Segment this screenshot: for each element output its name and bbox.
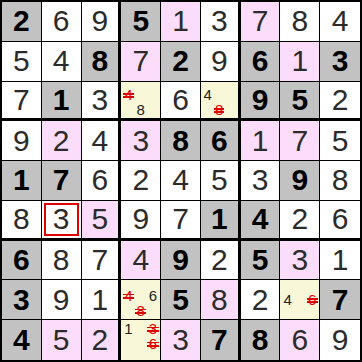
cell-r6c5[interactable]: 7 xyxy=(161,201,201,241)
given-digit: 8 xyxy=(252,325,269,355)
cell-r2c4[interactable]: 7 xyxy=(121,42,161,82)
cell-r6c1[interactable]: 8 xyxy=(2,201,42,241)
cell-r3c2[interactable]: 1 xyxy=(42,82,82,122)
solved-digit: 1 xyxy=(252,126,269,156)
cell-r2c9[interactable]: 3 xyxy=(320,42,360,82)
solved-digit: 3 xyxy=(92,85,109,115)
cell-r8c5[interactable]: 5 xyxy=(161,280,201,320)
candidate-crossed: 8 xyxy=(135,303,147,318)
given-digit: 5 xyxy=(291,85,308,115)
solved-digit: 8 xyxy=(211,285,228,315)
solved-digit: 4 xyxy=(53,46,70,76)
solved-digit: 4 xyxy=(92,126,109,156)
solved-digit: 5 xyxy=(92,204,109,234)
cell-r6c7[interactable]: 4 xyxy=(241,201,281,241)
solved-digit: 8 xyxy=(332,165,349,195)
cell-r7c7[interactable]: 5 xyxy=(241,241,281,281)
solved-digit: 6 xyxy=(92,165,109,195)
solved-digit: 3 xyxy=(172,325,189,355)
solved-digit: 9 xyxy=(132,204,149,234)
given-digit: 3 xyxy=(332,46,349,76)
cell-r4c6[interactable]: 6 xyxy=(201,121,241,161)
cell-r3c1[interactable]: 7 xyxy=(2,82,42,122)
cell-r3c7[interactable]: 9 xyxy=(241,82,281,122)
candidate: 8 xyxy=(135,102,147,117)
cell-r2c3[interactable]: 8 xyxy=(82,42,122,82)
cell-r1c3[interactable]: 9 xyxy=(82,2,122,42)
cell-r5c7[interactable]: 3 xyxy=(241,161,281,201)
candidate-grid: 48 xyxy=(202,83,237,118)
cell-r9c2[interactable]: 5 xyxy=(42,320,82,360)
cell-r7c4[interactable]: 4 xyxy=(121,241,161,281)
solved-digit: 9 xyxy=(13,126,30,156)
cell-r6c8[interactable]: 2 xyxy=(280,201,320,241)
cell-r2c5[interactable]: 2 xyxy=(161,42,201,82)
given-digit: 4 xyxy=(13,325,30,355)
cell-r8c9[interactable]: 7 xyxy=(320,280,360,320)
cell-r3c8[interactable]: 5 xyxy=(280,82,320,122)
solved-digit: 6 xyxy=(291,325,308,355)
cell-r2c2[interactable]: 4 xyxy=(42,42,82,82)
solved-digit: 8 xyxy=(53,245,70,275)
given-digit: 1 xyxy=(53,85,70,115)
cell-r4c7[interactable]: 1 xyxy=(241,121,281,161)
solved-digit: 9 xyxy=(92,6,109,36)
cell-r3c5[interactable]: 6 xyxy=(161,82,201,122)
cell-r8c6[interactable]: 8 xyxy=(201,280,241,320)
solved-digit: 3 xyxy=(252,165,269,195)
given-digit: 6 xyxy=(211,126,228,156)
cell-r9c4[interactable]: 136 xyxy=(121,320,161,360)
given-digit: 8 xyxy=(92,46,109,76)
cell-r5c6[interactable]: 5 xyxy=(201,161,241,201)
cell-r8c7[interactable]: 2 xyxy=(241,280,281,320)
solved-digit: 2 xyxy=(132,165,149,195)
solved-digit: 2 xyxy=(53,126,70,156)
solved-digit: 5 xyxy=(211,165,228,195)
given-digit: 9 xyxy=(172,245,189,275)
cell-r1c6[interactable]: 3 xyxy=(201,2,241,42)
cell-r9c9[interactable]: 9 xyxy=(320,320,360,360)
cell-r4c8[interactable]: 7 xyxy=(280,121,320,161)
cell-r3c6[interactable]: 48 xyxy=(201,82,241,122)
solved-digit: 2 xyxy=(252,285,269,315)
cell-r8c4[interactable]: 468 xyxy=(121,280,161,320)
cell-r7c8[interactable]: 3 xyxy=(280,241,320,281)
solved-digit: 8 xyxy=(13,204,30,234)
given-digit: 5 xyxy=(252,245,269,275)
candidate: 4 xyxy=(202,87,214,102)
candidate-grid: 48 xyxy=(122,83,159,118)
solved-digit: 3 xyxy=(211,6,228,36)
given-digit: 5 xyxy=(132,6,149,36)
solved-digit: 4 xyxy=(332,6,349,36)
cell-r4c4[interactable]: 3 xyxy=(121,121,161,161)
cell-r9c5[interactable]: 3 xyxy=(161,320,201,360)
given-digit: 1 xyxy=(13,165,30,195)
solved-digit: 3 xyxy=(53,204,70,234)
cell-r1c7[interactable]: 7 xyxy=(241,2,281,42)
cell-r7c5[interactable]: 9 xyxy=(161,241,201,281)
cell-r6c9[interactable]: 6 xyxy=(320,201,360,241)
solved-digit: 8 xyxy=(291,6,308,36)
given-digit: 6 xyxy=(13,245,30,275)
solved-digit: 3 xyxy=(132,126,149,156)
given-digit: 9 xyxy=(291,165,308,195)
solved-digit: 4 xyxy=(172,165,189,195)
solved-digit: 7 xyxy=(13,85,30,115)
given-digit: 7 xyxy=(211,325,228,355)
cell-r7c1[interactable]: 6 xyxy=(2,241,42,281)
solved-digit: 4 xyxy=(132,245,149,275)
solved-digit: 9 xyxy=(211,46,228,76)
solved-digit: 6 xyxy=(332,204,349,234)
solved-digit: 2 xyxy=(332,85,349,115)
cell-r2c1[interactable]: 5 xyxy=(2,42,42,82)
cell-r7c6[interactable]: 2 xyxy=(201,241,241,281)
cell-r9c8[interactable]: 6 xyxy=(280,320,320,360)
cell-r1c5[interactable]: 1 xyxy=(161,2,201,42)
cell-r7c9[interactable]: 1 xyxy=(320,241,360,281)
cell-r4c9[interactable]: 5 xyxy=(320,121,360,161)
candidate-crossed: 6 xyxy=(306,292,318,307)
solved-digit: 5 xyxy=(53,325,70,355)
cell-r8c8[interactable]: 46 xyxy=(280,280,320,320)
solved-digit: 9 xyxy=(332,325,349,355)
cell-r1c1[interactable]: 2 xyxy=(2,2,42,42)
candidate-grid: 468 xyxy=(122,281,159,318)
cell-r5c4[interactable]: 2 xyxy=(121,161,161,201)
cell-r4c3[interactable]: 4 xyxy=(82,121,122,161)
cell-r9c7[interactable]: 8 xyxy=(241,320,281,360)
cell-r5c3[interactable]: 6 xyxy=(82,161,122,201)
cell-r8c3[interactable]: 1 xyxy=(82,280,122,320)
given-digit: 2 xyxy=(13,6,30,36)
cell-r9c3[interactable]: 2 xyxy=(82,320,122,360)
cell-r2c8[interactable]: 1 xyxy=(280,42,320,82)
cell-r7c2[interactable]: 8 xyxy=(42,241,82,281)
solved-digit: 5 xyxy=(332,126,349,156)
cell-r3c3[interactable]: 3 xyxy=(82,82,122,122)
cell-r1c4[interactable]: 5 xyxy=(121,2,161,42)
solved-digit: 7 xyxy=(252,6,269,36)
cell-r1c9[interactable]: 4 xyxy=(320,2,360,42)
cell-r8c2[interactable]: 9 xyxy=(42,280,82,320)
solved-digit: 1 xyxy=(332,245,349,275)
given-digit: 5 xyxy=(172,285,189,315)
cell-r4c2[interactable]: 2 xyxy=(42,121,82,161)
candidate-grid: 136 xyxy=(122,321,159,359)
candidate-crossed: 6 xyxy=(147,336,159,351)
given-digit: 6 xyxy=(252,46,269,76)
cell-r6c2[interactable]: 3 xyxy=(42,201,82,241)
solved-digit: 1 xyxy=(172,6,189,36)
candidate-crossed: 8 xyxy=(213,102,225,117)
given-digit: 7 xyxy=(332,285,349,315)
solved-digit: 9 xyxy=(53,285,70,315)
cell-r4c5[interactable]: 8 xyxy=(161,121,201,161)
cell-r5c8[interactable]: 9 xyxy=(280,161,320,201)
cell-r9c6[interactable]: 7 xyxy=(201,320,241,360)
solved-digit: 1 xyxy=(92,285,109,315)
candidate-crossed: 3 xyxy=(147,321,159,336)
given-digit: 2 xyxy=(172,46,189,76)
given-digit: 8 xyxy=(172,126,189,156)
cell-r9c1[interactable]: 4 xyxy=(2,320,42,360)
given-digit: 1 xyxy=(211,204,228,234)
solved-digit: 1 xyxy=(291,46,308,76)
cell-r5c2[interactable]: 7 xyxy=(42,161,82,201)
candidate: 4 xyxy=(281,292,293,307)
cell-r6c6[interactable]: 1 xyxy=(201,201,241,241)
cell-r4c1[interactable]: 9 xyxy=(2,121,42,161)
given-digit: 3 xyxy=(13,285,30,315)
given-digit: 9 xyxy=(252,85,269,115)
solved-digit: 2 xyxy=(92,325,109,355)
solved-digit: 6 xyxy=(172,85,189,115)
candidate: 1 xyxy=(122,321,134,336)
cell-r2c6[interactable]: 9 xyxy=(201,42,241,82)
cell-r5c5[interactable]: 4 xyxy=(161,161,201,201)
candidate: 6 xyxy=(147,288,159,303)
given-digit: 7 xyxy=(53,165,70,195)
cell-r8c1[interactable]: 3 xyxy=(2,280,42,320)
solved-digit: 6 xyxy=(53,6,70,36)
cell-r1c2[interactable]: 6 xyxy=(42,2,82,42)
solved-digit: 7 xyxy=(291,126,308,156)
candidate-crossed: 4 xyxy=(122,288,134,303)
solved-digit: 2 xyxy=(211,245,228,275)
given-digit: 4 xyxy=(252,204,269,234)
cell-r6c4[interactable]: 9 xyxy=(121,201,161,241)
cell-r3c9[interactable]: 2 xyxy=(320,82,360,122)
candidate-crossed: 4 xyxy=(122,87,134,102)
cell-r3c4[interactable]: 48 xyxy=(121,82,161,122)
solved-digit: 3 xyxy=(291,245,308,275)
cell-r2c7[interactable]: 6 xyxy=(241,42,281,82)
cell-r5c9[interactable]: 8 xyxy=(320,161,360,201)
solved-digit: 7 xyxy=(172,204,189,234)
cell-r5c1[interactable]: 1 xyxy=(2,161,42,201)
solved-digit: 7 xyxy=(132,46,149,76)
sudoku-board: 2695137845487296137134864895292438617517… xyxy=(0,0,362,362)
solved-digit: 2 xyxy=(291,204,308,234)
solved-digit: 7 xyxy=(92,245,109,275)
cell-r6c3[interactable]: 5 xyxy=(82,201,122,241)
candidate-grid: 46 xyxy=(281,281,318,318)
solved-digit: 5 xyxy=(13,46,30,76)
cell-r1c8[interactable]: 8 xyxy=(280,2,320,42)
cell-r7c3[interactable]: 7 xyxy=(82,241,122,281)
